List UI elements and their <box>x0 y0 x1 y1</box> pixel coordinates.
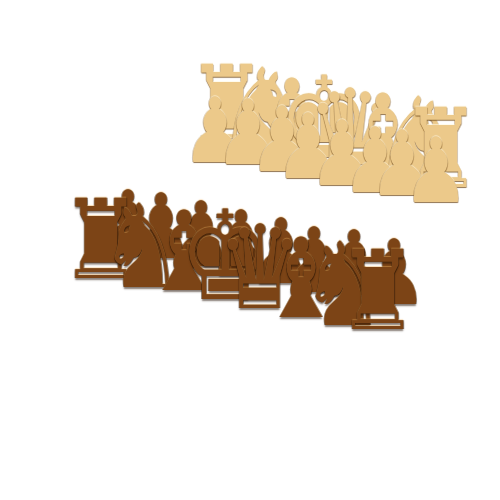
dovetail-joint <box>422 342 437 416</box>
black-rook-icon: ♜ <box>337 236 418 346</box>
brass-latch-icon <box>330 368 361 390</box>
piece-black-rook[interactable]: ♜ <box>337 236 418 346</box>
piece-white-pawn[interactable]: ♟ <box>403 126 469 216</box>
photo-stage: ♜♞♝♚♛♝♞♜♟♟♟♟♟♟♟♟♟♟♟♟♟♟♟♟♜♞♝♚♛♝♞♜ <box>0 0 500 500</box>
pieces-layer: ♜♞♝♚♛♝♞♜♟♟♟♟♟♟♟♟♟♟♟♟♟♟♟♟♜♞♝♚♛♝♞♜ <box>0 0 500 500</box>
white-pawn-icon: ♟ <box>403 126 469 216</box>
brass-latch-icon <box>57 315 93 338</box>
dovetail-joint <box>398 370 424 416</box>
